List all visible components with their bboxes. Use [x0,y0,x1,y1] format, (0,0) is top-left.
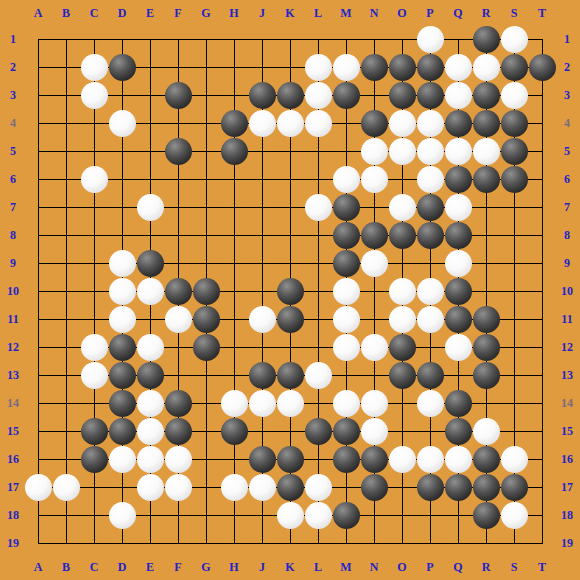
column-label-B: B [52,557,80,577]
row-label-8: 8 [3,221,23,249]
stone-black-H5 [221,138,248,165]
stone-white-J17 [249,474,276,501]
column-label-P: P [416,3,444,23]
row-label-17: 17 [557,473,577,501]
stone-white-R5 [473,138,500,165]
column-label-C: C [80,557,108,577]
stone-black-K13 [277,362,304,389]
stone-white-L2 [305,54,332,81]
stone-white-C12 [81,334,108,361]
column-label-P: P [416,557,444,577]
stone-white-A17 [25,474,52,501]
stone-white-M14 [333,390,360,417]
column-label-N: N [360,557,388,577]
stone-white-Q3 [445,82,472,109]
stone-black-F5 [165,138,192,165]
stone-white-R15 [473,418,500,445]
stone-white-D18 [109,502,136,529]
stone-black-R13 [473,362,500,389]
stone-black-D2 [109,54,136,81]
stone-black-E13 [137,362,164,389]
column-label-D: D [108,3,136,23]
stone-black-S2 [501,54,528,81]
row-label-3: 3 [557,81,577,109]
row-label-16: 16 [557,445,577,473]
row-label-13: 13 [557,361,577,389]
stone-black-G12 [193,334,220,361]
stone-white-S18 [501,502,528,529]
stone-white-P5 [417,138,444,165]
stone-white-L18 [305,502,332,529]
stone-black-N4 [361,110,388,137]
row-label-18: 18 [557,501,577,529]
stone-black-P8 [417,222,444,249]
column-label-S: S [500,3,528,23]
stone-white-D11 [109,306,136,333]
stone-white-L7 [305,194,332,221]
row-label-18: 18 [3,501,23,529]
stone-black-J13 [249,362,276,389]
stone-black-J3 [249,82,276,109]
row-label-7: 7 [3,193,23,221]
stone-white-D16 [109,446,136,473]
row-label-4: 4 [3,109,23,137]
stone-white-E10 [137,278,164,305]
stone-black-P7 [417,194,444,221]
stone-white-O11 [389,306,416,333]
row-label-10: 10 [557,277,577,305]
column-label-K: K [276,3,304,23]
column-label-A: A [24,557,52,577]
stone-white-S16 [501,446,528,473]
stone-white-P14 [417,390,444,417]
stone-black-M3 [333,82,360,109]
stone-white-N5 [361,138,388,165]
stone-black-N2 [361,54,388,81]
stone-black-O13 [389,362,416,389]
column-label-D: D [108,557,136,577]
stone-black-R18 [473,502,500,529]
row-label-9: 9 [557,249,577,277]
stone-black-K3 [277,82,304,109]
row-label-6: 6 [557,165,577,193]
stone-black-H15 [221,418,248,445]
column-label-S: S [500,557,528,577]
stone-white-M12 [333,334,360,361]
stone-white-P6 [417,166,444,193]
stone-black-N17 [361,474,388,501]
row-labels-right: 12345678910111213141516171819 [557,25,577,557]
stone-black-R16 [473,446,500,473]
stone-black-P2 [417,54,444,81]
stone-black-Q6 [445,166,472,193]
stone-black-M16 [333,446,360,473]
stone-black-Q15 [445,418,472,445]
stone-black-M9 [333,250,360,277]
row-label-10: 10 [3,277,23,305]
stone-black-C16 [81,446,108,473]
stone-black-D13 [109,362,136,389]
column-label-J: J [248,3,276,23]
stone-white-E12 [137,334,164,361]
stone-black-R6 [473,166,500,193]
stone-white-F17 [165,474,192,501]
stone-white-S3 [501,82,528,109]
row-label-1: 1 [557,25,577,53]
stone-black-D15 [109,418,136,445]
stone-black-R17 [473,474,500,501]
go-app-window: { "game": "go", "board": { "size": 19, "… [0,0,580,580]
row-label-7: 7 [557,193,577,221]
stone-white-B17 [53,474,80,501]
stone-black-R4 [473,110,500,137]
stone-white-F16 [165,446,192,473]
stone-black-Q10 [445,278,472,305]
column-label-K: K [276,557,304,577]
column-label-Q: Q [444,3,472,23]
stone-black-D12 [109,334,136,361]
row-label-13: 13 [3,361,23,389]
row-label-3: 3 [3,81,23,109]
stone-black-F3 [165,82,192,109]
stone-black-K10 [277,278,304,305]
stone-white-L17 [305,474,332,501]
stone-white-O4 [389,110,416,137]
stone-black-P17 [417,474,444,501]
stone-white-J11 [249,306,276,333]
stone-black-O8 [389,222,416,249]
stone-black-M7 [333,194,360,221]
stone-black-G11 [193,306,220,333]
stone-black-D14 [109,390,136,417]
column-label-J: J [248,557,276,577]
stone-black-R3 [473,82,500,109]
stone-white-N15 [361,418,388,445]
column-label-B: B [52,3,80,23]
row-label-2: 2 [3,53,23,81]
row-label-19: 19 [3,529,23,557]
row-label-2: 2 [557,53,577,81]
stone-white-E17 [137,474,164,501]
stone-white-J4 [249,110,276,137]
stone-white-H14 [221,390,248,417]
stone-white-K4 [277,110,304,137]
column-labels-top: ABCDEFGHJKLMNOPQRST [24,3,556,23]
column-label-F: F [164,3,192,23]
stone-black-O2 [389,54,416,81]
stone-black-M18 [333,502,360,529]
column-label-M: M [332,3,360,23]
column-label-L: L [304,557,332,577]
stone-black-S5 [501,138,528,165]
stone-black-M15 [333,418,360,445]
stone-black-Q8 [445,222,472,249]
stone-black-K17 [277,474,304,501]
stone-white-C13 [81,362,108,389]
stone-black-S17 [501,474,528,501]
stone-black-Q11 [445,306,472,333]
stone-black-F10 [165,278,192,305]
stone-black-N8 [361,222,388,249]
stone-black-P13 [417,362,444,389]
stone-black-F14 [165,390,192,417]
stone-white-P16 [417,446,444,473]
stone-black-Q17 [445,474,472,501]
stone-black-S6 [501,166,528,193]
column-label-H: H [220,3,248,23]
stone-white-E16 [137,446,164,473]
stone-black-C15 [81,418,108,445]
row-label-11: 11 [3,305,23,333]
stone-white-H17 [221,474,248,501]
stone-white-O5 [389,138,416,165]
stone-white-D4 [109,110,136,137]
stone-white-Q16 [445,446,472,473]
stone-white-D10 [109,278,136,305]
column-label-E: E [136,557,164,577]
column-label-T: T [528,3,556,23]
row-label-15: 15 [3,417,23,445]
column-label-A: A [24,3,52,23]
stone-white-M2 [333,54,360,81]
stone-white-Q5 [445,138,472,165]
row-label-11: 11 [557,305,577,333]
stone-white-Q7 [445,194,472,221]
stone-black-S4 [501,110,528,137]
row-label-14: 14 [3,389,23,417]
row-label-15: 15 [557,417,577,445]
stone-black-J16 [249,446,276,473]
row-label-16: 16 [3,445,23,473]
stone-white-C3 [81,82,108,109]
row-label-8: 8 [557,221,577,249]
stone-white-O10 [389,278,416,305]
row-label-4: 4 [557,109,577,137]
stone-white-P11 [417,306,444,333]
row-label-12: 12 [3,333,23,361]
stone-white-O7 [389,194,416,221]
stone-black-H4 [221,110,248,137]
stone-white-M11 [333,306,360,333]
stone-white-L3 [305,82,332,109]
stone-white-K18 [277,502,304,529]
stone-black-O12 [389,334,416,361]
column-label-E: E [136,3,164,23]
stone-black-O3 [389,82,416,109]
stone-white-N12 [361,334,388,361]
row-label-1: 1 [3,25,23,53]
row-label-12: 12 [557,333,577,361]
row-label-14: 14 [557,389,577,417]
column-label-Q: Q [444,557,472,577]
column-label-O: O [388,3,416,23]
stone-white-S1 [501,26,528,53]
row-label-17: 17 [3,473,23,501]
stone-black-N16 [361,446,388,473]
stone-black-G10 [193,278,220,305]
column-labels-bottom: ABCDEFGHJKLMNOPQRST [24,557,556,577]
stone-white-E14 [137,390,164,417]
stone-white-C6 [81,166,108,193]
stone-black-K11 [277,306,304,333]
column-label-N: N [360,3,388,23]
stone-black-R11 [473,306,500,333]
stone-white-N9 [361,250,388,277]
stone-white-M6 [333,166,360,193]
column-label-C: C [80,3,108,23]
stone-white-Q9 [445,250,472,277]
stone-black-M8 [333,222,360,249]
row-label-19: 19 [557,529,577,557]
stone-white-K14 [277,390,304,417]
stone-white-L13 [305,362,332,389]
stone-black-R12 [473,334,500,361]
stone-black-R1 [473,26,500,53]
column-label-H: H [220,557,248,577]
column-label-M: M [332,557,360,577]
stone-white-N6 [361,166,388,193]
row-label-5: 5 [3,137,23,165]
stone-white-L4 [305,110,332,137]
stone-black-Q14 [445,390,472,417]
stone-white-E15 [137,418,164,445]
stone-white-D9 [109,250,136,277]
column-label-L: L [304,3,332,23]
column-label-R: R [472,557,500,577]
stone-black-T2 [529,54,556,81]
stone-white-F11 [165,306,192,333]
column-label-G: G [192,557,220,577]
column-label-T: T [528,557,556,577]
stone-white-O16 [389,446,416,473]
stone-black-Q4 [445,110,472,137]
stone-white-M10 [333,278,360,305]
column-label-O: O [388,557,416,577]
row-label-6: 6 [3,165,23,193]
stone-white-E7 [137,194,164,221]
row-label-9: 9 [3,249,23,277]
stone-black-K16 [277,446,304,473]
stone-white-Q2 [445,54,472,81]
stone-white-N14 [361,390,388,417]
stone-white-P10 [417,278,444,305]
stone-black-F15 [165,418,192,445]
row-label-5: 5 [557,137,577,165]
column-label-F: F [164,557,192,577]
go-board[interactable]: ABCDEFGHJKLMNOPQRST ABCDEFGHJKLMNOPQRST … [0,0,580,580]
stone-black-P3 [417,82,444,109]
stone-white-J14 [249,390,276,417]
stone-black-E9 [137,250,164,277]
stone-white-Q12 [445,334,472,361]
stone-white-P1 [417,26,444,53]
column-label-R: R [472,3,500,23]
stone-black-L15 [305,418,332,445]
stone-white-R2 [473,54,500,81]
row-labels-left: 12345678910111213141516171819 [3,25,23,557]
stone-white-P4 [417,110,444,137]
column-label-G: G [192,3,220,23]
stone-white-C2 [81,54,108,81]
